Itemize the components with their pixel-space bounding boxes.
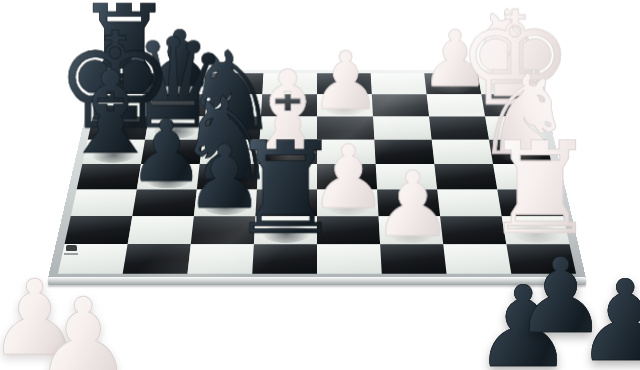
square-d2[interactable]: ♜ — [254, 216, 317, 244]
chess-board-3d-wrap: ♜♟♟♞♟♚♚♛♞♝♝♞♟♞♟♟♜♟♜ — [48, 70, 586, 278]
square-b2[interactable] — [128, 216, 194, 244]
square-b1[interactable] — [123, 244, 191, 274]
captured-white-pawn-2: ♟ — [33, 283, 133, 370]
captured-black-pawn-3: ♟ — [575, 265, 640, 370]
white-pawn-f2[interactable]: ♟ — [372, 160, 453, 250]
square-f2[interactable]: ♟ — [379, 216, 444, 244]
white-rook-h2[interactable]: ♜ — [483, 125, 597, 252]
brand-logo-emblem — [66, 245, 77, 251]
square-a3[interactable] — [71, 189, 137, 216]
brand-logo-text-line — [64, 253, 78, 255]
chess-board: ♜♟♟♞♟♚♚♛♞♝♝♞♟♞♟♟♜♟♜ — [48, 70, 586, 278]
black-rook-d2[interactable]: ♜ — [228, 125, 342, 252]
glass-chess-set-photo: ♜♟♟♞♟♚♚♛♞♝♝♞♟♞♟♟♜♟♜ ♟ ♟ ♟ ♟ ♟ — [0, 0, 640, 370]
square-a2[interactable] — [64, 216, 132, 244]
